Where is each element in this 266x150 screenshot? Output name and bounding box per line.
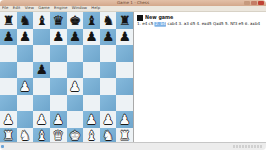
piece-bk: ♚ — [69, 14, 81, 27]
square-g5[interactable] — [100, 62, 117, 79]
square-a6[interactable] — [0, 45, 17, 62]
menu-item-engine[interactable]: Engine — [54, 6, 67, 10]
square-d6[interactable] — [50, 45, 67, 62]
move-list: 1. e4 c5 2. b4 cxb4 3. a3 d5 4. exd5 Qxd… — [137, 22, 263, 28]
piece-wr: ♜ — [2, 129, 14, 142]
square-a8[interactable]: ♜ — [0, 12, 17, 29]
square-e7[interactable]: ♟ — [67, 29, 84, 46]
main-area: ♜♞♝♛♚♝♞♜♟♟♟♟♟♟♟♟♟♟♟♟♟♟♟♟♜♞♝♛♚♝♞♜ New gam… — [0, 12, 266, 142]
piece-wn: ♞ — [102, 129, 114, 142]
square-h4[interactable] — [116, 78, 133, 95]
square-c6[interactable] — [33, 45, 50, 62]
square-e8[interactable]: ♚ — [67, 12, 84, 29]
piece-bp: ♟ — [52, 30, 64, 43]
square-c2[interactable]: ♟ — [33, 111, 50, 128]
square-f6[interactable] — [83, 45, 100, 62]
piece-bp: ♟ — [102, 30, 114, 43]
square-b7[interactable]: ♟ — [17, 29, 34, 46]
piece-wp: ♟ — [2, 113, 14, 126]
square-d7[interactable]: ♟ — [50, 29, 67, 46]
square-g8[interactable]: ♞ — [100, 12, 117, 29]
maximize-button[interactable] — [251, 1, 257, 5]
square-a3[interactable] — [0, 95, 17, 112]
window-controls — [244, 1, 264, 5]
square-b3[interactable] — [17, 95, 34, 112]
square-h5[interactable] — [116, 62, 133, 79]
square-g6[interactable] — [100, 45, 117, 62]
piece-wk: ♚ — [69, 129, 81, 142]
menu-item-game[interactable]: Game — [38, 6, 49, 10]
moves-after[interactable]: cxb4 3. a3 d5 4. exd5 Qxd5 5. Nf3 e5 6. … — [167, 22, 260, 27]
square-c8[interactable]: ♝ — [33, 12, 50, 29]
piece-wb: ♝ — [86, 129, 98, 142]
square-f7[interactable]: ♟ — [83, 29, 100, 46]
menu-item-view[interactable]: View — [25, 6, 34, 10]
minimize-button[interactable] — [244, 1, 250, 5]
square-e6[interactable] — [67, 45, 84, 62]
current-move[interactable]: 2. b4 — [155, 22, 166, 27]
piece-wp: ♟ — [86, 113, 98, 126]
square-g3[interactable] — [100, 95, 117, 112]
app-window: Game 1 - Chess FileEditViewGameEngineWin… — [0, 0, 266, 150]
square-e4[interactable]: ♟ — [67, 78, 84, 95]
square-h2[interactable]: ♟ — [116, 111, 133, 128]
square-b2[interactable] — [17, 111, 34, 128]
piece-bp: ♟ — [36, 63, 48, 76]
piece-wp: ♟ — [52, 113, 64, 126]
piece-wp: ♟ — [19, 80, 31, 93]
piece-bb: ♝ — [36, 14, 48, 27]
square-f2[interactable]: ♟ — [83, 111, 100, 128]
chess-board: ♜♞♝♛♚♝♞♜♟♟♟♟♟♟♟♟♟♟♟♟♟♟♟♟♜♞♝♛♚♝♞♜ — [0, 12, 133, 144]
square-f4[interactable] — [83, 78, 100, 95]
piece-bn: ♞ — [19, 14, 31, 27]
square-a4[interactable] — [0, 78, 17, 95]
square-b5[interactable] — [17, 62, 34, 79]
piece-wp: ♟ — [119, 113, 131, 126]
square-h7[interactable]: ♟ — [116, 29, 133, 46]
square-e3[interactable] — [67, 95, 84, 112]
menu-item-window[interactable]: Window — [72, 6, 87, 10]
square-c7[interactable] — [33, 29, 50, 46]
piece-br: ♜ — [2, 14, 14, 27]
menu-item-help[interactable]: Help — [91, 6, 100, 10]
square-d2[interactable]: ♟ — [50, 111, 67, 128]
square-h3[interactable] — [116, 95, 133, 112]
notation-panel: New game 1. e4 c5 2. b4 cxb4 3. a3 d5 4.… — [133, 12, 266, 142]
square-g4[interactable] — [100, 78, 117, 95]
piece-wq: ♛ — [52, 129, 64, 142]
square-f3[interactable] — [83, 95, 100, 112]
piece-bp: ♟ — [69, 30, 81, 43]
square-g7[interactable]: ♟ — [100, 29, 117, 46]
moves-before[interactable]: 1. e4 c5 — [137, 22, 153, 27]
piece-bq: ♛ — [52, 14, 64, 27]
notation-header-label: New game — [145, 15, 173, 20]
piece-wp: ♟ — [36, 113, 48, 126]
piece-wr: ♜ — [119, 129, 131, 142]
square-h8[interactable]: ♜ — [116, 12, 133, 29]
square-d8[interactable]: ♛ — [50, 12, 67, 29]
square-e5[interactable] — [67, 62, 84, 79]
game-marker-icon — [137, 15, 143, 21]
watermark — [233, 145, 263, 148]
square-b6[interactable] — [17, 45, 34, 62]
piece-wp: ♟ — [102, 113, 114, 126]
square-b4[interactable]: ♟ — [17, 78, 34, 95]
piece-bp: ♟ — [119, 30, 131, 43]
notation-header: New game — [137, 14, 263, 21]
square-f5[interactable] — [83, 62, 100, 79]
square-b8[interactable]: ♞ — [17, 12, 34, 29]
square-d4[interactable] — [50, 78, 67, 95]
square-a5[interactable] — [0, 62, 17, 79]
piece-bn: ♞ — [102, 14, 114, 27]
square-c3[interactable] — [33, 95, 50, 112]
piece-bp: ♟ — [2, 30, 14, 43]
piece-bp: ♟ — [19, 30, 31, 43]
square-c5[interactable]: ♟ — [33, 62, 50, 79]
square-a2[interactable]: ♟ — [0, 111, 17, 128]
square-f8[interactable]: ♝ — [83, 12, 100, 29]
square-e2[interactable] — [67, 111, 84, 128]
piece-bb: ♝ — [86, 14, 98, 27]
square-a7[interactable]: ♟ — [0, 29, 17, 46]
piece-wp: ♟ — [69, 80, 81, 93]
piece-wb: ♝ — [36, 129, 48, 142]
status-indicator-icon — [1, 145, 4, 148]
square-d5[interactable] — [50, 62, 67, 79]
square-d3[interactable] — [50, 95, 67, 112]
menu-items: FileEditViewGameEngineWindowHelp — [2, 6, 100, 10]
piece-wn: ♞ — [19, 129, 31, 142]
window-title: Game 1 - Chess — [5, 1, 260, 5]
square-c4[interactable] — [33, 78, 50, 95]
close-button[interactable] — [258, 1, 264, 5]
square-h6[interactable] — [116, 45, 133, 62]
menu-item-file[interactable]: File — [2, 6, 8, 10]
piece-bp: ♟ — [86, 30, 98, 43]
piece-br: ♜ — [119, 14, 131, 27]
menu-item-edit[interactable]: Edit — [13, 6, 20, 10]
square-g2[interactable]: ♟ — [100, 111, 117, 128]
status-bar — [0, 142, 266, 150]
